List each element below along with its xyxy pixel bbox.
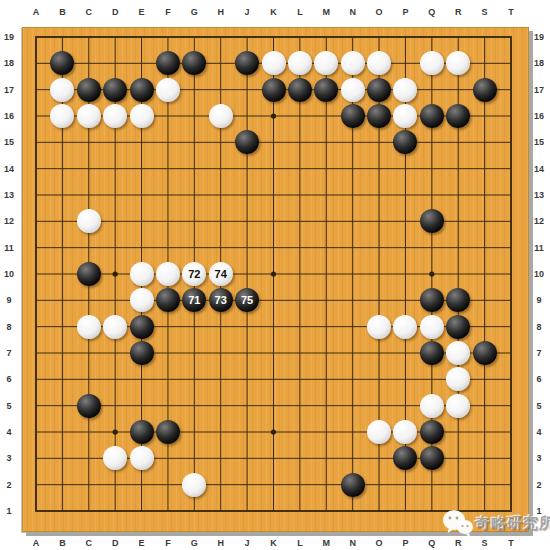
white-stone-O4 xyxy=(367,420,391,444)
white-stone-P17 xyxy=(393,78,417,102)
row-label-left-18: 18 xyxy=(4,58,14,68)
row-label-left-8: 8 xyxy=(6,322,11,332)
row-label-right-14: 14 xyxy=(534,164,544,174)
black-stone-R8 xyxy=(446,315,470,339)
row-label-left-7: 7 xyxy=(6,348,11,358)
col-label-top-A: A xyxy=(33,7,40,17)
col-label-top-G: G xyxy=(191,7,198,17)
white-stone-P4 xyxy=(393,420,417,444)
row-label-left-19: 19 xyxy=(4,32,14,42)
row-label-left-5: 5 xyxy=(6,401,11,411)
white-stone-C8 xyxy=(77,315,101,339)
black-stone-N16 xyxy=(341,104,365,128)
white-stone-N17 xyxy=(341,78,365,102)
row-label-right-6: 6 xyxy=(536,374,541,384)
row-label-right-11: 11 xyxy=(534,243,544,253)
row-label-right-19: 19 xyxy=(534,32,544,42)
black-stone-C5 xyxy=(77,394,101,418)
row-label-right-5: 5 xyxy=(536,401,541,411)
col-label-top-C: C xyxy=(86,7,93,17)
black-stone-J18 xyxy=(235,51,259,75)
col-label-bottom-E: E xyxy=(139,538,145,548)
white-stone-F17 xyxy=(156,78,180,102)
row-label-left-14: 14 xyxy=(4,164,14,174)
white-stone-E10 xyxy=(130,262,154,286)
black-stone-F4 xyxy=(156,420,180,444)
white-stone-E16 xyxy=(130,104,154,128)
black-stone-N2 xyxy=(341,473,365,497)
black-stone-F9 xyxy=(156,288,180,312)
black-stone-G9: 71 xyxy=(182,288,206,312)
col-label-bottom-F: F xyxy=(165,538,171,548)
white-stone-R7 xyxy=(446,341,470,365)
black-stone-J15 xyxy=(235,130,259,154)
black-stone-M17 xyxy=(314,78,338,102)
black-stone-E7 xyxy=(130,341,154,365)
white-stone-R6 xyxy=(446,367,470,391)
black-stone-Q12 xyxy=(420,209,444,233)
col-label-top-K: K xyxy=(270,7,277,17)
white-stone-B16 xyxy=(50,104,74,128)
white-stone-C12 xyxy=(77,209,101,233)
row-label-left-16: 16 xyxy=(4,111,14,121)
white-stone-R5 xyxy=(446,394,470,418)
row-label-left-13: 13 xyxy=(4,190,14,200)
col-label-top-J: J xyxy=(245,7,250,17)
black-stone-L17 xyxy=(288,78,312,102)
white-stone-B17 xyxy=(50,78,74,102)
row-label-left-4: 4 xyxy=(6,427,11,437)
row-label-left-11: 11 xyxy=(4,243,14,253)
black-stone-P3 xyxy=(393,446,417,470)
row-label-right-15: 15 xyxy=(534,137,544,147)
watermark-text: 奇略研究所 xyxy=(475,514,550,533)
black-stone-F18 xyxy=(156,51,180,75)
col-label-bottom-Q: Q xyxy=(428,538,435,548)
white-stone-K18 xyxy=(262,51,286,75)
col-label-bottom-B: B xyxy=(59,538,66,548)
row-label-right-7: 7 xyxy=(536,348,541,358)
white-stone-H10: 74 xyxy=(209,262,233,286)
black-stone-H9: 73 xyxy=(209,288,233,312)
white-stone-F10 xyxy=(156,262,180,286)
black-stone-Q4 xyxy=(420,420,444,444)
row-label-left-15: 15 xyxy=(4,137,14,147)
col-label-bottom-A: A xyxy=(33,538,40,548)
white-stone-G2 xyxy=(182,473,206,497)
col-label-bottom-D: D xyxy=(112,538,119,548)
black-stone-S17 xyxy=(473,78,497,102)
col-label-top-S: S xyxy=(482,7,488,17)
col-label-top-T: T xyxy=(508,7,514,17)
white-stone-R18 xyxy=(446,51,470,75)
col-label-bottom-H: H xyxy=(217,538,224,548)
white-stone-E3 xyxy=(130,446,154,470)
black-stone-S7 xyxy=(473,341,497,365)
col-label-bottom-J: J xyxy=(245,538,250,548)
black-stone-O17 xyxy=(367,78,391,102)
wechat-icon xyxy=(441,507,475,539)
col-label-bottom-M: M xyxy=(323,538,331,548)
white-stone-O8 xyxy=(367,315,391,339)
col-label-top-Q: Q xyxy=(428,7,435,17)
row-label-right-9: 9 xyxy=(536,295,541,305)
black-stone-C17 xyxy=(77,78,101,102)
col-label-top-D: D xyxy=(112,7,119,17)
black-stone-R16 xyxy=(446,104,470,128)
row-label-right-18: 18 xyxy=(534,58,544,68)
black-stone-E8 xyxy=(130,315,154,339)
black-stone-B18 xyxy=(50,51,74,75)
col-label-top-R: R xyxy=(455,7,462,17)
white-stone-L18 xyxy=(288,51,312,75)
white-stone-D8 xyxy=(103,315,127,339)
black-stone-K17 xyxy=(262,78,286,102)
col-label-top-H: H xyxy=(217,7,224,17)
white-stone-Q8 xyxy=(420,315,444,339)
row-label-left-17: 17 xyxy=(4,85,14,95)
row-label-right-8: 8 xyxy=(536,322,541,332)
col-label-bottom-C: C xyxy=(86,538,93,548)
col-label-top-F: F xyxy=(165,7,171,17)
black-stone-P15 xyxy=(393,130,417,154)
white-stone-M18 xyxy=(314,51,338,75)
black-stone-Q9 xyxy=(420,288,444,312)
row-label-right-16: 16 xyxy=(534,111,544,121)
row-label-left-3: 3 xyxy=(6,453,11,463)
white-stone-E9 xyxy=(130,288,154,312)
row-label-right-17: 17 xyxy=(534,85,544,95)
watermark: 奇略研究所 xyxy=(441,506,550,540)
white-stone-D3 xyxy=(103,446,127,470)
col-label-bottom-P: P xyxy=(402,538,408,548)
col-label-top-M: M xyxy=(323,7,331,17)
white-stone-Q18 xyxy=(420,51,444,75)
row-label-right-13: 13 xyxy=(534,190,544,200)
row-label-right-12: 12 xyxy=(534,216,544,226)
black-stone-E17 xyxy=(130,78,154,102)
go-diagram-page: 奇略研究所 AABBCCDDEEFFGGHHJJKKLLMMNNOOPPQQRR… xyxy=(0,0,550,550)
row-label-left-10: 10 xyxy=(4,269,14,279)
black-stone-R9 xyxy=(446,288,470,312)
black-stone-Q7 xyxy=(420,341,444,365)
row-label-left-12: 12 xyxy=(4,216,14,226)
black-stone-Q16 xyxy=(420,104,444,128)
row-label-right-3: 3 xyxy=(536,453,541,463)
row-label-right-4: 4 xyxy=(536,427,541,437)
white-stone-P8 xyxy=(393,315,417,339)
row-label-right-2: 2 xyxy=(536,480,541,490)
white-stone-G10: 72 xyxy=(182,262,206,286)
row-label-left-6: 6 xyxy=(6,374,11,384)
col-label-top-L: L xyxy=(297,7,303,17)
col-label-bottom-N: N xyxy=(349,538,356,548)
col-label-top-P: P xyxy=(402,7,408,17)
black-stone-C10 xyxy=(77,262,101,286)
white-stone-C16 xyxy=(77,104,101,128)
col-label-top-O: O xyxy=(376,7,383,17)
col-label-top-E: E xyxy=(139,7,145,17)
white-stone-P16 xyxy=(393,104,417,128)
black-stone-O16 xyxy=(367,104,391,128)
white-stone-N18 xyxy=(341,51,365,75)
row-label-left-1: 1 xyxy=(6,506,11,516)
black-stone-Q3 xyxy=(420,446,444,470)
white-stone-Q5 xyxy=(420,394,444,418)
col-label-bottom-G: G xyxy=(191,538,198,548)
row-label-left-2: 2 xyxy=(6,480,11,490)
col-label-top-N: N xyxy=(349,7,356,17)
black-stone-E4 xyxy=(130,420,154,444)
col-label-bottom-L: L xyxy=(297,538,303,548)
col-label-bottom-O: O xyxy=(376,538,383,548)
row-label-left-9: 9 xyxy=(6,295,11,305)
black-stone-J9: 75 xyxy=(235,288,259,312)
white-stone-D16 xyxy=(103,104,127,128)
col-label-top-B: B xyxy=(59,7,66,17)
white-stone-H16 xyxy=(209,104,233,128)
black-stone-G18 xyxy=(182,51,206,75)
white-stone-O18 xyxy=(367,51,391,75)
row-label-right-10: 10 xyxy=(534,269,544,279)
col-label-bottom-K: K xyxy=(270,538,277,548)
black-stone-D17 xyxy=(103,78,127,102)
